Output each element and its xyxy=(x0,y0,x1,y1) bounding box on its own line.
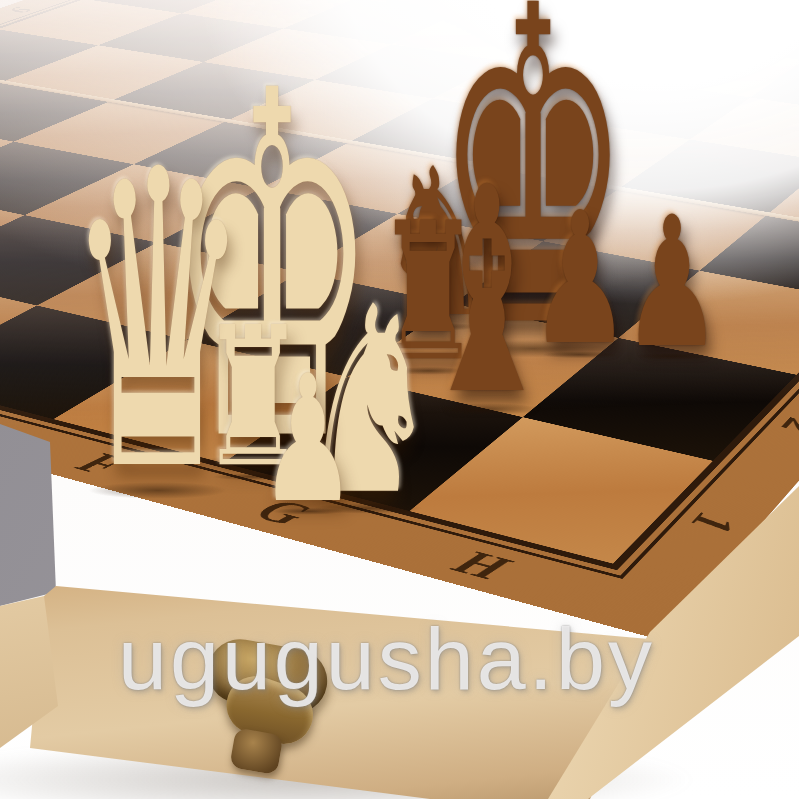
latch-knob xyxy=(229,727,283,775)
board-inner-frame-line xyxy=(0,0,799,570)
board-outer-frame-line xyxy=(0,0,799,579)
brass-latch xyxy=(185,629,343,787)
chess-board: AABBCCDDEEFFGGHH1122334455667788 xyxy=(0,0,799,640)
board-grid xyxy=(0,0,799,564)
chess-product-photo: AABBCCDDEEFFGGHH1122334455667788 ♛♚♜♟♞♞♜… xyxy=(0,0,799,799)
